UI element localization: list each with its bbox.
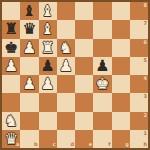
square-b6[interactable]: ♟	[20, 39, 38, 57]
square-d5[interactable]: ♟	[57, 57, 75, 75]
square-a4[interactable]	[2, 75, 20, 93]
square-f7[interactable]	[93, 20, 111, 38]
square-g1[interactable]: g	[112, 130, 130, 148]
square-b5[interactable]	[20, 57, 38, 75]
chess-app: ♝♝8♜♛♝7♚♟♜♞6♟♟♟♟5♟♟♚43♞2♛abcdefg1h	[0, 0, 150, 150]
square-e7[interactable]	[75, 20, 93, 38]
square-b4[interactable]: ♟	[20, 75, 38, 93]
square-g3[interactable]	[112, 93, 130, 111]
square-d1[interactable]: d	[57, 130, 75, 148]
square-f1[interactable]: f	[93, 130, 111, 148]
square-g7[interactable]	[112, 20, 130, 38]
square-g2[interactable]	[112, 112, 130, 130]
white-knight[interactable]: ♞	[4, 112, 18, 130]
square-a1[interactable]: ♛a	[2, 130, 20, 148]
white-pawn[interactable]: ♟	[22, 39, 36, 57]
rank-label-3: 3	[144, 94, 147, 99]
square-f8[interactable]	[93, 2, 111, 20]
file-label-h: h	[143, 142, 147, 147]
square-e3[interactable]	[75, 93, 93, 111]
white-pawn[interactable]: ♟	[59, 57, 73, 75]
square-a7[interactable]: ♜	[2, 20, 20, 38]
file-label-g: g	[125, 142, 129, 147]
square-g5[interactable]	[112, 57, 130, 75]
square-g4[interactable]	[112, 75, 130, 93]
board-frame: ♝♝8♜♛♝7♚♟♜♞6♟♟♟♟5♟♟♚43♞2♛abcdefg1h	[0, 0, 150, 150]
square-e1[interactable]: e	[75, 130, 93, 148]
square-f3[interactable]	[93, 93, 111, 111]
file-label-c: c	[53, 142, 56, 147]
white-king[interactable]: ♚	[95, 75, 109, 93]
square-h3[interactable]: 3	[130, 93, 148, 111]
square-f4[interactable]: ♚	[93, 75, 111, 93]
rank-label-8: 8	[144, 3, 147, 8]
white-rook[interactable]: ♜	[41, 39, 55, 57]
file-label-d: d	[70, 142, 74, 147]
square-h4[interactable]: 4	[130, 75, 148, 93]
white-pawn[interactable]: ♟	[4, 57, 18, 75]
black-bishop[interactable]: ♝	[22, 2, 36, 20]
square-d4[interactable]	[57, 75, 75, 93]
rank-label-4: 4	[144, 76, 147, 81]
square-f6[interactable]	[93, 39, 111, 57]
square-e5[interactable]	[75, 57, 93, 75]
chess-board: ♝♝8♜♛♝7♚♟♜♞6♟♟♟♟5♟♟♚43♞2♛abcdefg1h	[2, 2, 148, 148]
square-c8[interactable]: ♝	[39, 2, 57, 20]
square-a5[interactable]: ♟	[2, 57, 20, 75]
white-pawn[interactable]: ♟	[22, 75, 36, 93]
black-pawn[interactable]: ♟	[95, 57, 109, 75]
square-h1[interactable]: 1h	[130, 130, 148, 148]
black-king[interactable]: ♚	[4, 39, 18, 57]
white-knight[interactable]: ♞	[59, 39, 73, 57]
black-queen[interactable]: ♛	[22, 20, 36, 38]
square-d8[interactable]	[57, 2, 75, 20]
square-a8[interactable]	[2, 2, 20, 20]
square-h7[interactable]: 7	[130, 20, 148, 38]
square-g8[interactable]	[112, 2, 130, 20]
square-c3[interactable]	[39, 93, 57, 111]
square-a2[interactable]: ♞	[2, 112, 20, 130]
square-d6[interactable]: ♞	[57, 39, 75, 57]
square-b3[interactable]	[20, 93, 38, 111]
file-label-f: f	[108, 142, 110, 147]
black-pawn[interactable]: ♟	[41, 57, 55, 75]
square-h2[interactable]: 2	[130, 112, 148, 130]
square-c5[interactable]: ♟	[39, 57, 57, 75]
square-d7[interactable]	[57, 20, 75, 38]
square-c4[interactable]: ♟	[39, 75, 57, 93]
white-bishop[interactable]: ♝	[41, 20, 55, 38]
square-c6[interactable]: ♜	[39, 39, 57, 57]
square-f2[interactable]	[93, 112, 111, 130]
rank-label-7: 7	[144, 21, 147, 26]
white-pawn[interactable]: ♟	[41, 75, 55, 93]
rank-label-5: 5	[144, 58, 147, 63]
square-h8[interactable]: 8	[130, 2, 148, 20]
square-b7[interactable]: ♛	[20, 20, 38, 38]
square-d3[interactable]	[57, 93, 75, 111]
white-queen[interactable]: ♛	[4, 130, 18, 148]
rank-label-6: 6	[144, 40, 147, 45]
square-b2[interactable]	[20, 112, 38, 130]
square-e8[interactable]	[75, 2, 93, 20]
square-a3[interactable]	[2, 93, 20, 111]
square-h5[interactable]: 5	[130, 57, 148, 75]
square-c7[interactable]: ♝	[39, 20, 57, 38]
black-rook[interactable]: ♜	[4, 20, 18, 38]
square-c1[interactable]: c	[39, 130, 57, 148]
rank-label-2: 2	[144, 113, 147, 118]
file-label-e: e	[89, 142, 92, 147]
square-b8[interactable]: ♝	[20, 2, 38, 20]
square-e4[interactable]	[75, 75, 93, 93]
square-e2[interactable]	[75, 112, 93, 130]
square-f5[interactable]: ♟	[93, 57, 111, 75]
square-b1[interactable]: b	[20, 130, 38, 148]
square-g6[interactable]	[112, 39, 130, 57]
square-a6[interactable]: ♚	[2, 39, 20, 57]
file-label-b: b	[34, 142, 38, 147]
square-h6[interactable]: 6	[130, 39, 148, 57]
square-e6[interactable]	[75, 39, 93, 57]
white-bishop[interactable]: ♝	[41, 2, 55, 20]
square-c2[interactable]	[39, 112, 57, 130]
square-d2[interactable]	[57, 112, 75, 130]
rank-label-1: 1	[144, 131, 147, 136]
